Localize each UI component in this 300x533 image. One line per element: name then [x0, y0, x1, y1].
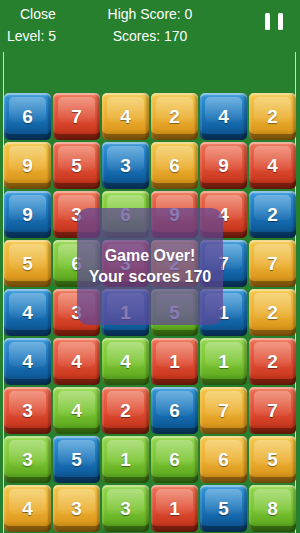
tile-r2c3[interactable]: 3	[102, 142, 149, 189]
tile-r8c3[interactable]: 1	[102, 436, 149, 483]
high-score-label: High Score: 0	[0, 7, 300, 22]
tile-number: 3	[22, 449, 33, 471]
tile-r8c6[interactable]: 5	[249, 436, 296, 483]
tile-r1c1[interactable]: 6	[4, 93, 51, 140]
tile-number: 4	[22, 302, 33, 324]
tile-r7c6[interactable]: 7	[249, 387, 296, 434]
tile-r9c4[interactable]: 1	[151, 485, 198, 532]
tile-number: 3	[71, 498, 82, 520]
tile-number: 2	[267, 351, 278, 373]
game-over-dialog: Game Over! Your scores 170	[77, 208, 223, 325]
tile-number: 1	[120, 449, 131, 471]
tile-number: 4	[22, 351, 33, 373]
scores-label: Scores: 170	[0, 29, 300, 44]
tile-r6c1[interactable]: 4	[4, 338, 51, 385]
tile-number: 2	[267, 204, 278, 226]
tile-number: 9	[22, 204, 33, 226]
tile-r4c6[interactable]: 7	[249, 240, 296, 287]
tile-number: 1	[169, 351, 180, 373]
tile-r8c5[interactable]: 6	[200, 436, 247, 483]
tile-number: 1	[169, 498, 180, 520]
tile-number: 7	[267, 400, 278, 422]
tile-r8c2[interactable]: 5	[53, 436, 100, 483]
tile-number: 9	[22, 155, 33, 177]
game-over-score: Your scores 170	[89, 268, 211, 286]
tile-r1c6[interactable]: 2	[249, 93, 296, 140]
tile-r7c5[interactable]: 7	[200, 387, 247, 434]
tile-number: 5	[22, 253, 33, 275]
tile-number: 4	[22, 498, 33, 520]
tile-number: 3	[120, 155, 131, 177]
pause-button[interactable]	[265, 13, 283, 31]
tile-number: 7	[71, 106, 82, 128]
app-screen: Close High Score: 0 Level: 5 Scores: 170…	[0, 0, 300, 533]
tile-number: 6	[169, 449, 180, 471]
tile-number: 9	[218, 155, 229, 177]
tile-r9c5[interactable]: 5	[200, 485, 247, 532]
tile-r2c6[interactable]: 4	[249, 142, 296, 189]
tile-r7c2[interactable]: 4	[53, 387, 100, 434]
tile-r1c3[interactable]: 4	[102, 93, 149, 140]
tile-r5c1[interactable]: 4	[4, 289, 51, 336]
game-over-title: Game Over!	[105, 247, 196, 265]
tile-number: 5	[267, 449, 278, 471]
tile-number: 2	[267, 106, 278, 128]
tile-number: 4	[120, 106, 131, 128]
tile-r7c3[interactable]: 2	[102, 387, 149, 434]
tile-r8c1[interactable]: 3	[4, 436, 51, 483]
tile-r1c4[interactable]: 2	[151, 93, 198, 140]
tile-number: 8	[267, 498, 278, 520]
tile-r1c5[interactable]: 4	[200, 93, 247, 140]
tile-r9c2[interactable]: 3	[53, 485, 100, 532]
tile-r3c6[interactable]: 2	[249, 191, 296, 238]
tile-r6c3[interactable]: 4	[102, 338, 149, 385]
tile-r3c1[interactable]: 9	[4, 191, 51, 238]
tile-r5c6[interactable]: 2	[249, 289, 296, 336]
tile-r9c1[interactable]: 4	[4, 485, 51, 532]
tile-r4c1[interactable]: 5	[4, 240, 51, 287]
tile-number: 4	[218, 106, 229, 128]
tile-number: 4	[71, 400, 82, 422]
tile-r8c4[interactable]: 6	[151, 436, 198, 483]
tile-number: 3	[120, 498, 131, 520]
tile-number: 5	[71, 449, 82, 471]
tile-r2c4[interactable]: 6	[151, 142, 198, 189]
tile-number: 7	[267, 253, 278, 275]
tile-r2c1[interactable]: 9	[4, 142, 51, 189]
tile-r7c4[interactable]: 6	[151, 387, 198, 434]
pause-icon	[265, 13, 270, 30]
tile-r6c4[interactable]: 1	[151, 338, 198, 385]
tile-number: 3	[22, 400, 33, 422]
tile-number: 4	[120, 351, 131, 373]
tile-r2c5[interactable]: 9	[200, 142, 247, 189]
tile-r9c3[interactable]: 3	[102, 485, 149, 532]
tile-number: 5	[71, 155, 82, 177]
tile-number: 6	[22, 106, 33, 128]
tile-number: 2	[267, 302, 278, 324]
tile-r6c2[interactable]: 4	[53, 338, 100, 385]
tile-r7c1[interactable]: 3	[4, 387, 51, 434]
tile-number: 6	[169, 400, 180, 422]
tile-r9c6[interactable]: 8	[249, 485, 296, 532]
tile-number: 6	[169, 155, 180, 177]
tile-number: 2	[120, 400, 131, 422]
tile-number: 7	[218, 400, 229, 422]
tile-number: 4	[71, 351, 82, 373]
tile-r2c2[interactable]: 5	[53, 142, 100, 189]
tile-r6c6[interactable]: 2	[249, 338, 296, 385]
tile-number: 4	[267, 155, 278, 177]
pause-icon	[278, 13, 283, 30]
tile-r6c5[interactable]: 1	[200, 338, 247, 385]
tile-r1c2[interactable]: 7	[53, 93, 100, 140]
tile-number: 6	[218, 449, 229, 471]
tile-number: 1	[218, 351, 229, 373]
tile-number: 2	[169, 106, 180, 128]
tile-number: 5	[218, 498, 229, 520]
